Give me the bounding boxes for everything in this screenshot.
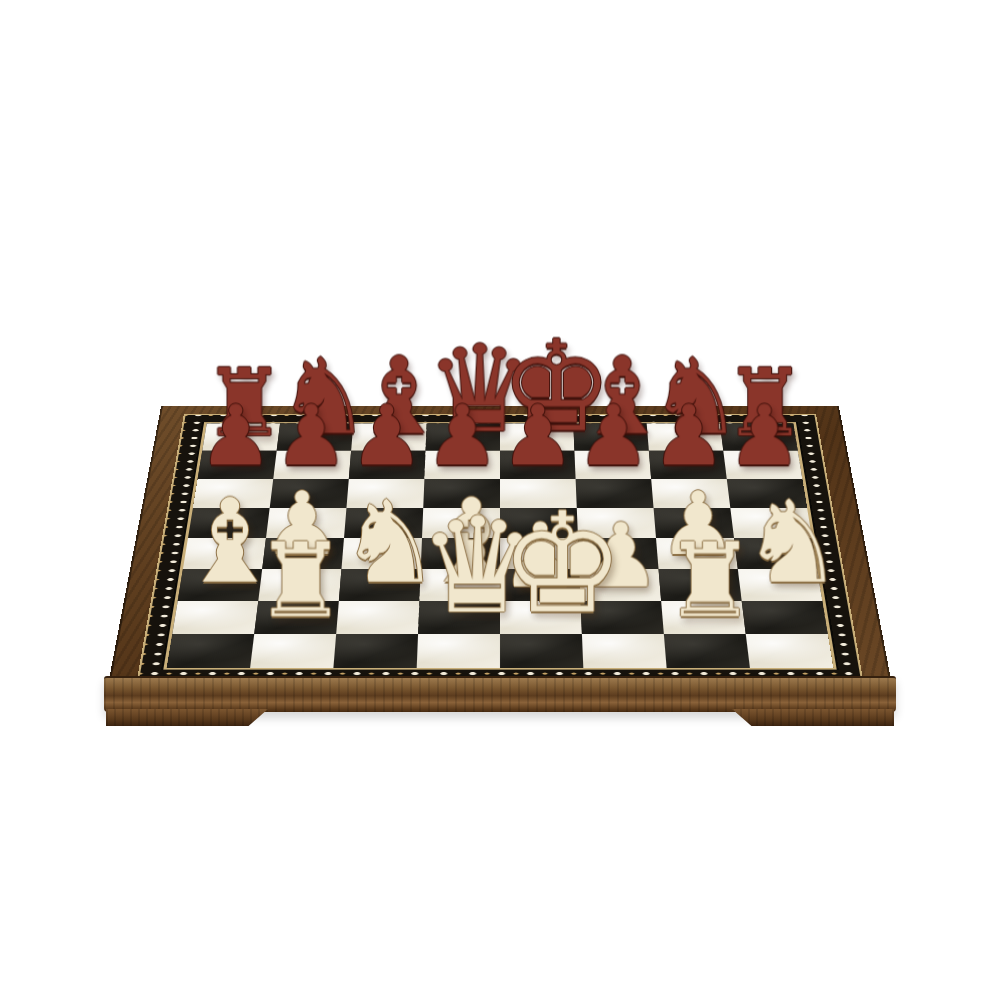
white-king-piece: ♚ — [500, 494, 582, 633]
red-bishop-piece: ♝ — [351, 343, 425, 450]
square-b2: ♜ — [254, 601, 339, 634]
square-e3: ♟ — [500, 569, 581, 601]
square-a3: ♝ — [178, 569, 262, 601]
square-c3: ♞ — [339, 569, 421, 601]
square-h4 — [734, 538, 817, 569]
red-queen-piece: ♛ — [426, 329, 500, 449]
square-c8: ♝ — [351, 423, 427, 450]
red-knight-piece: ♞ — [649, 344, 723, 449]
square-c4 — [341, 538, 422, 569]
square-b3 — [258, 569, 341, 601]
square-a4 — [183, 538, 266, 569]
square-f2 — [581, 601, 664, 634]
square-f3: ♟ — [579, 569, 661, 601]
square-d3: ♝ — [419, 569, 500, 601]
board-tilted-plane: ♜♞♝♛♚♝♞♜♟♟♟♟♟♟♟♟♟♟♝♞♝♟♟♞♜♛♚♜ — [107, 406, 894, 692]
red-king-piece: ♚ — [500, 323, 574, 449]
square-b8: ♞ — [277, 423, 354, 450]
red-bishop-piece: ♝ — [574, 343, 648, 450]
square-g6 — [651, 479, 730, 508]
red-rook-piece: ♜ — [723, 356, 797, 449]
square-h5 — [730, 508, 812, 538]
red-knight-piece: ♞ — [277, 344, 351, 449]
square-d6 — [423, 479, 500, 508]
square-h2 — [742, 601, 828, 634]
square-g7: ♟ — [649, 451, 727, 479]
square-d8: ♛ — [426, 423, 500, 450]
square-a6 — [193, 479, 273, 508]
square-g1 — [664, 634, 750, 668]
square-g2: ♜ — [661, 601, 746, 634]
chess-board: ♜♞♝♛♚♝♞♜♟♟♟♟♟♟♟♟♟♟♝♞♝♟♟♞♜♛♚♜ — [167, 423, 834, 668]
square-g5 — [654, 508, 734, 538]
square-f5 — [577, 508, 656, 538]
square-e2: ♚ — [500, 601, 582, 634]
square-a7: ♟ — [198, 451, 277, 479]
square-h6 — [727, 479, 807, 508]
square-g4: ♟ — [656, 538, 738, 569]
square-c5 — [344, 508, 423, 538]
square-a8: ♜ — [202, 423, 280, 450]
chess-set-product-photo: ♜♞♝♛♚♝♞♜♟♟♟♟♟♟♟♟♟♟♝♞♝♟♟♞♜♛♚♜ — [0, 0, 1000, 1000]
square-c1 — [333, 634, 418, 668]
square-e8: ♚ — [500, 423, 574, 450]
board-front-moulding — [104, 676, 896, 712]
square-d1 — [417, 634, 500, 668]
square-f1 — [582, 634, 667, 668]
square-c6 — [346, 479, 424, 508]
square-h8: ♜ — [720, 423, 798, 450]
square-b4: ♟ — [262, 538, 344, 569]
board-right-foot — [732, 709, 894, 726]
square-h1 — [746, 634, 834, 668]
square-b1 — [250, 634, 336, 668]
square-f8: ♝ — [573, 423, 649, 450]
square-e5 — [500, 508, 578, 538]
square-e7: ♟ — [500, 451, 576, 479]
board-inlay-border: ♜♞♝♛♚♝♞♜♟♟♟♟♟♟♟♟♟♟♝♞♝♟♟♞♜♛♚♜ — [137, 414, 863, 679]
square-f7: ♟ — [574, 451, 651, 479]
square-d4 — [421, 538, 500, 569]
board-wood-rim: ♜♞♝♛♚♝♞♜♟♟♟♟♟♟♟♟♟♟♝♞♝♟♟♞♜♛♚♜ — [107, 406, 894, 692]
square-d5 — [422, 508, 500, 538]
square-g3 — [659, 569, 742, 601]
square-b7: ♟ — [273, 451, 351, 479]
red-rook-piece: ♜ — [202, 356, 276, 449]
square-b6 — [270, 479, 349, 508]
square-b5 — [266, 508, 346, 538]
square-c2 — [336, 601, 419, 634]
square-h7: ♟ — [723, 451, 802, 479]
square-d7: ♟ — [424, 451, 500, 479]
square-h3: ♞ — [738, 569, 822, 601]
square-f6 — [576, 479, 654, 508]
white-bishop-piece: ♝ — [178, 484, 259, 600]
white-bishop-piece: ♝ — [419, 484, 500, 600]
square-e1 — [500, 634, 583, 668]
square-e4 — [500, 538, 579, 569]
board-left-foot — [106, 709, 268, 726]
square-e6 — [500, 479, 577, 508]
square-c7: ♟ — [349, 451, 426, 479]
square-a1 — [167, 634, 255, 668]
square-d2: ♛ — [418, 601, 500, 634]
square-a5 — [188, 508, 270, 538]
square-f4 — [578, 538, 659, 569]
square-g8: ♞ — [647, 423, 724, 450]
square-a2 — [172, 601, 258, 634]
